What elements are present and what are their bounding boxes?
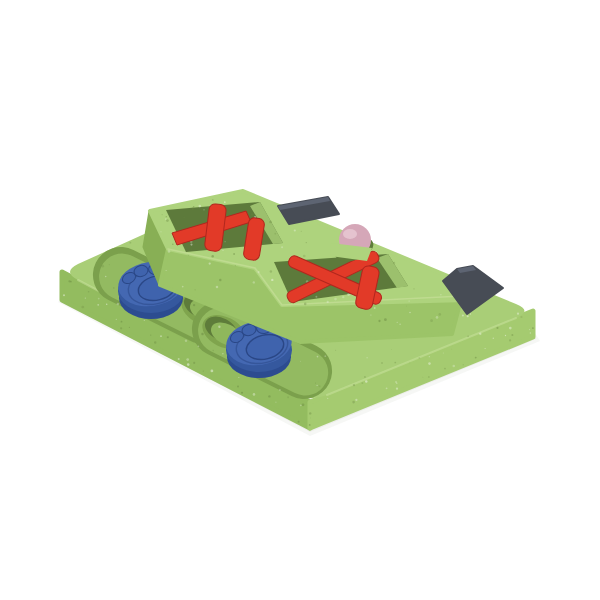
speckle-dot [97, 304, 99, 306]
speckle-dot [85, 297, 86, 298]
speckle-dot [509, 327, 512, 330]
speckle-dot [199, 205, 202, 208]
speckle-dot [253, 281, 255, 283]
speckle-dot [101, 265, 104, 268]
pink-ball-highlight [343, 229, 357, 239]
speckle-dot [275, 402, 276, 403]
speckle-dot [428, 362, 431, 365]
speckle-dot [406, 306, 407, 307]
speckle-dot [304, 277, 306, 279]
speckle-dot [287, 396, 289, 398]
speckle-dot [109, 264, 110, 265]
speckle-dot [258, 271, 260, 273]
speckle-dot [113, 287, 114, 288]
speckle-dot [396, 382, 398, 384]
speckle-dot [193, 304, 195, 306]
speckle-dot [281, 246, 283, 248]
speckle-dot [391, 349, 392, 350]
speckle-dot [222, 353, 223, 354]
speckle-dot [319, 385, 321, 387]
speckle-dot [309, 412, 311, 414]
speckle-dot [251, 213, 254, 216]
speckle-dot [467, 315, 469, 317]
speckle-dot [224, 201, 226, 203]
speckle-dot [301, 231, 302, 232]
speckle-dot [203, 370, 204, 371]
speckle-dot [219, 279, 221, 281]
speckle-dot [429, 356, 430, 357]
speckle-dot [436, 316, 439, 319]
speckle-dot [168, 250, 171, 253]
speckle-dot [190, 244, 192, 246]
speckle-dot [129, 242, 131, 244]
speckle-dot [505, 335, 506, 336]
speckle-dot [418, 357, 420, 359]
speckle-dot [183, 217, 185, 219]
speckle-dot [63, 294, 65, 296]
speckle-dot [129, 327, 130, 328]
speckle-dot [211, 370, 214, 373]
speckle-dot [378, 320, 380, 322]
speckle-dot [517, 313, 519, 315]
speckle-dot [279, 389, 281, 391]
speckle-dot [310, 417, 311, 418]
speckle-dot [496, 327, 498, 329]
speckle-dot [172, 243, 174, 245]
speckle-dot [294, 229, 296, 231]
speckle-dot [300, 405, 302, 407]
speckle-dot [317, 356, 319, 358]
speckle-dot [81, 306, 84, 309]
speckle-dot [520, 316, 522, 318]
speckle-dot [212, 199, 214, 201]
speckle-dot [396, 388, 398, 390]
speckle-dot [216, 286, 219, 289]
speckle-dot [428, 376, 429, 377]
speckle-dot [384, 318, 387, 321]
speckle-dot [453, 365, 456, 368]
speckle-dot [198, 345, 200, 347]
slider-rear [278, 197, 339, 224]
speckle-dot [194, 289, 195, 290]
speckle-dot [315, 383, 316, 384]
speckle-dot [532, 327, 534, 329]
speckle-dot [315, 296, 317, 298]
speckle-dot [399, 323, 401, 325]
speckle-dot [238, 377, 239, 378]
speckle-dot [303, 255, 306, 258]
speckle-dot [270, 270, 272, 272]
speckle-dot [106, 304, 108, 306]
speckle-dot [88, 291, 90, 293]
speckle-dot [191, 248, 193, 250]
speckle-dot [121, 321, 123, 323]
speckle-dot [386, 387, 388, 389]
speckle-dot [335, 350, 336, 351]
speckle-dot [413, 288, 414, 289]
speckle-dot [304, 303, 307, 306]
speckle-dot [366, 357, 367, 358]
speckle-dot [166, 216, 167, 217]
speckle-dot [443, 353, 444, 354]
speckle-dot [120, 327, 122, 329]
speckle-dot [269, 221, 272, 224]
speckle-dot [186, 358, 189, 361]
speckle-dot [493, 337, 494, 338]
speckle-dot [192, 207, 194, 209]
speckle-dot [467, 335, 469, 337]
speckle-dot [222, 250, 223, 251]
speckle-dot [235, 265, 236, 266]
speckle-dot [161, 231, 162, 232]
speckle-dot [451, 349, 452, 350]
speckle-dot [364, 376, 366, 378]
speckle-dot [530, 332, 532, 334]
speckle-dot [298, 421, 300, 423]
product-photo-canvas [0, 0, 600, 600]
speckle-dot [271, 279, 273, 281]
speckle-dot [224, 241, 225, 242]
speckle-dot [462, 314, 464, 316]
speckle-dot [144, 320, 145, 321]
speckle-dot [253, 393, 256, 396]
speckle-dot [185, 339, 188, 342]
speckle-dot [98, 298, 100, 300]
speckle-dot [440, 294, 442, 296]
speckle-dot [390, 286, 391, 287]
speckle-dot [198, 239, 199, 240]
speckle-dot [300, 361, 301, 362]
speckle-dot [212, 350, 213, 351]
speckle-dot [365, 380, 368, 383]
speckle-dot [182, 286, 184, 288]
speckle-dot [374, 307, 376, 309]
speckle-dot [409, 312, 411, 314]
speckle-dot [327, 398, 328, 399]
speckle-dot [422, 377, 423, 378]
speckle-dot [209, 262, 211, 264]
speckle-dot [237, 386, 239, 388]
speckle-dot [166, 270, 167, 271]
speckle-dot [409, 300, 410, 301]
speckle-dot [394, 362, 396, 364]
speckle-dot [241, 392, 243, 394]
speckle-dot [268, 395, 270, 397]
speckle-dot [370, 314, 371, 315]
speckle-dot [193, 362, 195, 364]
speckle-dot [355, 399, 357, 401]
speckle-dot [479, 332, 481, 334]
speckle-dot [193, 206, 195, 208]
speckle-dot [409, 362, 410, 363]
speckle-dot [485, 348, 486, 349]
speckle-dot [334, 298, 337, 301]
speckle-dot [306, 242, 307, 243]
speckle-dot [430, 319, 433, 322]
speckle-dot [283, 281, 285, 283]
speckle-dot [352, 401, 355, 404]
speckle-dot [475, 357, 477, 359]
speckle-dot [201, 333, 204, 336]
speckle-dot [439, 313, 442, 316]
speckle-dot [302, 403, 305, 406]
speckle-dot [160, 335, 162, 337]
speckle-dot [70, 281, 72, 283]
speckle-dot [361, 382, 363, 384]
speckle-dot [150, 334, 151, 335]
speckle-dot [529, 329, 530, 330]
speckle-dot [353, 384, 355, 386]
speckle-dot [117, 303, 120, 306]
speckle-dot [309, 424, 311, 426]
speckle-dot [381, 362, 383, 364]
speckle-dot [105, 276, 107, 278]
speckle-dot [116, 319, 117, 320]
puzzle-toy-illustration [0, 0, 600, 600]
speckle-dot [463, 364, 464, 365]
speckle-dot [317, 385, 318, 386]
speckle-dot [166, 219, 169, 222]
speckle-dot [162, 214, 163, 215]
speckle-dot [218, 326, 220, 328]
speckle-dot [274, 233, 276, 235]
speckle-dot [397, 322, 398, 323]
speckle-dot [203, 209, 204, 210]
speckle-dot [342, 296, 344, 298]
speckle-dot [188, 255, 189, 256]
speckle-dot [178, 358, 180, 360]
speckle-dot [167, 336, 169, 338]
speckle-dot [511, 334, 513, 336]
speckle-dot [324, 355, 326, 357]
speckle-dot [263, 242, 265, 244]
speckle-dot [187, 363, 190, 366]
speckle-dot [393, 262, 395, 264]
speckle-dot [327, 301, 329, 303]
speckle-dot [233, 253, 235, 255]
speckle-dot [154, 341, 156, 343]
speckle-dot [395, 381, 397, 383]
speckle-dot [211, 255, 213, 257]
speckle-dot [444, 368, 446, 370]
speckle-dot [470, 313, 471, 314]
speckle-dot [509, 339, 511, 341]
